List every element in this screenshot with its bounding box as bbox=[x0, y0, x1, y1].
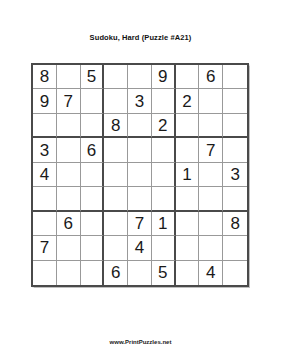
cell-r9c7 bbox=[176, 261, 200, 285]
cell-r5c1: 4 bbox=[33, 163, 57, 187]
cell-r4c5 bbox=[128, 138, 152, 162]
cell-r3c8 bbox=[199, 114, 223, 138]
cell-r4c9 bbox=[223, 138, 247, 162]
cell-r5c5 bbox=[128, 163, 152, 187]
cell-r9c8: 4 bbox=[199, 261, 223, 285]
cell-r7c4 bbox=[104, 212, 128, 236]
cell-r9c9 bbox=[223, 261, 247, 285]
cell-r4c1: 3 bbox=[33, 138, 57, 162]
cell-r7c8 bbox=[199, 212, 223, 236]
cell-r3c7 bbox=[176, 114, 200, 138]
cell-r4c4 bbox=[104, 138, 128, 162]
cell-r5c8 bbox=[199, 163, 223, 187]
cell-r2c1: 9 bbox=[33, 89, 57, 113]
cell-r1c5 bbox=[128, 65, 152, 89]
cell-r8c7 bbox=[176, 236, 200, 260]
cell-r5c4 bbox=[104, 163, 128, 187]
cell-r8c6 bbox=[152, 236, 176, 260]
cell-r3c4: 8 bbox=[104, 114, 128, 138]
cell-r8c2 bbox=[57, 236, 81, 260]
cell-r7c1 bbox=[33, 212, 57, 236]
cell-r5c6 bbox=[152, 163, 176, 187]
cell-r2c7: 2 bbox=[176, 89, 200, 113]
cell-r5c3 bbox=[81, 163, 105, 187]
cell-r3c2 bbox=[57, 114, 81, 138]
cell-r4c6 bbox=[152, 138, 176, 162]
cell-r5c9: 3 bbox=[223, 163, 247, 187]
cell-r1c6: 9 bbox=[152, 65, 176, 89]
cell-r8c1: 7 bbox=[33, 236, 57, 260]
cell-r2c8 bbox=[199, 89, 223, 113]
cell-r9c1 bbox=[33, 261, 57, 285]
cell-r8c3 bbox=[81, 236, 105, 260]
puzzle-title: Sudoku, Hard (Puzzle #A21) bbox=[0, 33, 281, 42]
cell-r9c5 bbox=[128, 261, 152, 285]
cell-r1c1: 8 bbox=[33, 65, 57, 89]
cell-r3c1 bbox=[33, 114, 57, 138]
footer-url: www.PrintPuzzles.net bbox=[0, 339, 281, 345]
page: Sudoku, Hard (Puzzle #A21) 8596973282367… bbox=[0, 0, 281, 363]
cell-r4c7 bbox=[176, 138, 200, 162]
cell-r2c9 bbox=[223, 89, 247, 113]
cell-r7c3 bbox=[81, 212, 105, 236]
cell-r3c5 bbox=[128, 114, 152, 138]
cell-r7c6: 1 bbox=[152, 212, 176, 236]
cell-r2c6 bbox=[152, 89, 176, 113]
cell-r3c3 bbox=[81, 114, 105, 138]
cell-r1c3: 5 bbox=[81, 65, 105, 89]
cell-r2c4 bbox=[104, 89, 128, 113]
cell-r7c5: 7 bbox=[128, 212, 152, 236]
cell-r1c8: 6 bbox=[199, 65, 223, 89]
cell-r4c8: 7 bbox=[199, 138, 223, 162]
cell-r3c6: 2 bbox=[152, 114, 176, 138]
cell-r9c3 bbox=[81, 261, 105, 285]
cell-r2c2: 7 bbox=[57, 89, 81, 113]
cell-r8c9 bbox=[223, 236, 247, 260]
cell-r8c4 bbox=[104, 236, 128, 260]
cell-r5c7: 1 bbox=[176, 163, 200, 187]
cell-r1c9 bbox=[223, 65, 247, 89]
cell-r2c3 bbox=[81, 89, 105, 113]
cell-r5c2 bbox=[57, 163, 81, 187]
cell-r7c2: 6 bbox=[57, 212, 81, 236]
cell-r8c8 bbox=[199, 236, 223, 260]
cell-r3c9 bbox=[223, 114, 247, 138]
cell-r6c1 bbox=[33, 187, 57, 211]
cell-r6c6 bbox=[152, 187, 176, 211]
cell-r9c2 bbox=[57, 261, 81, 285]
cell-r2c5: 3 bbox=[128, 89, 152, 113]
cell-r1c4 bbox=[104, 65, 128, 89]
cell-r1c7 bbox=[176, 65, 200, 89]
cell-r9c6: 5 bbox=[152, 261, 176, 285]
cell-r6c9 bbox=[223, 187, 247, 211]
cell-r6c8 bbox=[199, 187, 223, 211]
cell-r9c4: 6 bbox=[104, 261, 128, 285]
cell-r4c2 bbox=[57, 138, 81, 162]
cell-r6c5 bbox=[128, 187, 152, 211]
cell-r1c2 bbox=[57, 65, 81, 89]
cell-r7c9: 8 bbox=[223, 212, 247, 236]
cell-r6c4 bbox=[104, 187, 128, 211]
cell-r6c2 bbox=[57, 187, 81, 211]
cell-r8c5: 4 bbox=[128, 236, 152, 260]
cell-r4c3: 6 bbox=[81, 138, 105, 162]
cell-r6c7 bbox=[176, 187, 200, 211]
cell-r6c3 bbox=[81, 187, 105, 211]
cell-r7c7 bbox=[176, 212, 200, 236]
sudoku-grid: 8596973282367413671874654 bbox=[31, 63, 249, 287]
